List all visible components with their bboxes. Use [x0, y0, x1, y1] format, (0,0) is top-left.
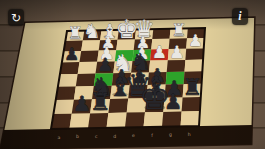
chess-piece-white-P[interactable]: ♟	[188, 31, 202, 50]
file-label-h: h	[188, 132, 191, 137]
chess-piece-white-P[interactable]: ♟	[169, 42, 184, 62]
game-screen: abcdefgh♜♞♝♚♛♜♟♟♟♟♟♟♟♟♟♞♞♟♟♟♞♝♛♝♟♜♟♜♚♟ ↻…	[0, 0, 265, 149]
board-square[interactable]	[152, 29, 170, 39]
chess-piece-white-N[interactable]: ♞	[83, 20, 101, 43]
board-square[interactable]	[80, 51, 99, 63]
board-square[interactable]	[181, 111, 200, 126]
board-square[interactable]	[58, 74, 78, 87]
reset-icon: ↻	[11, 11, 21, 25]
info-button[interactable]: i	[232, 8, 248, 25]
reset-rotate-button[interactable]: ↻	[8, 9, 24, 26]
board-square[interactable]	[53, 100, 74, 114]
board-square[interactable]	[185, 60, 204, 72]
chess-piece-black-R[interactable]: ♜	[89, 88, 110, 116]
chess-piece-white-R[interactable]: ♜	[67, 23, 82, 43]
file-label-g: g	[169, 132, 172, 137]
chess-piece-white-R[interactable]: ♜	[171, 20, 186, 40]
chess-piece-black-R[interactable]: ♜	[182, 74, 202, 100]
file-label-a: a	[58, 135, 61, 140]
file-label-d: d	[113, 134, 116, 139]
file-label-e: e	[132, 133, 135, 138]
chess-piece-white-P[interactable]: ♟	[152, 42, 167, 62]
chess-piece-black-P[interactable]: ♟	[164, 90, 183, 114]
info-icon: i	[238, 9, 241, 24]
chess-piece-black-P[interactable]: ♟	[64, 44, 79, 64]
file-label-b: b	[76, 134, 79, 139]
chess-board[interactable]: abcdefgh♜♞♝♚♛♜♟♟♟♟♟♟♟♟♟♞♞♟♟♟♞♝♛♝♟♜♟♜♚♟	[0, 0, 265, 149]
chess-piece-black-P[interactable]: ♟	[73, 92, 92, 116]
